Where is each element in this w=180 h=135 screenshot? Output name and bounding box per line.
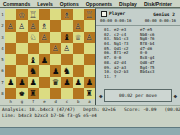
black-player-name: Genius 2 bbox=[153, 12, 175, 17]
status-bar bbox=[0, 127, 180, 135]
white-knight: ♘ bbox=[30, 32, 36, 42]
square-d8[interactable] bbox=[50, 88, 61, 99]
chess-board: ♔♖♗♖♙♙♙♗♙♘♙♝♕♙♙♙♝♟♞♟♞♟♟♟♛♟♟♟♚♜♜ bbox=[5, 9, 96, 99]
square-g3[interactable] bbox=[16, 32, 27, 43]
move-no: 11. bbox=[104, 75, 114, 80]
square-g5[interactable] bbox=[16, 54, 27, 65]
white-bishop: ♗ bbox=[64, 10, 70, 20]
black-pawn: ♟ bbox=[75, 77, 81, 87]
square-f6[interactable]: ♞ bbox=[28, 65, 39, 76]
white-pawn: ♙ bbox=[30, 21, 36, 31]
black-bishop: ♝ bbox=[30, 55, 36, 65]
move-bm bbox=[140, 75, 166, 80]
square-f2[interactable]: ♙ bbox=[28, 20, 39, 31]
square-h1[interactable] bbox=[5, 9, 16, 20]
square-c2[interactable] bbox=[61, 20, 72, 31]
black-rook: ♜ bbox=[86, 88, 92, 98]
black-knight: ♞ bbox=[30, 66, 36, 76]
menu-bar: CommandsLevelsOptionsOpponentsDisplayDis… bbox=[0, 0, 180, 8]
white-rook: ♖ bbox=[30, 10, 36, 20]
square-f4[interactable] bbox=[28, 43, 39, 54]
square-g6[interactable] bbox=[16, 65, 27, 76]
square-c1[interactable]: ♗ bbox=[61, 9, 72, 20]
black-pawn: ♟ bbox=[8, 77, 14, 87]
white-king: ♔ bbox=[19, 10, 25, 20]
square-d4[interactable]: ♙ bbox=[50, 43, 61, 54]
black-pawn: ♟ bbox=[86, 77, 92, 87]
players-header: Player Genius 2 bbox=[96, 9, 180, 18]
chessgenius-window: CommandsLevelsOptionsOpponentsDisplayDis… bbox=[0, 0, 180, 135]
white-queen: ♕ bbox=[75, 32, 81, 42]
clocks-row: 00:00 0:00:16 00:00 0:00:16 bbox=[96, 18, 180, 26]
square-f7[interactable]: ♟ bbox=[28, 77, 39, 88]
level-right-diamond-icon: ◆ bbox=[172, 89, 178, 102]
square-a2[interactable] bbox=[84, 20, 95, 31]
square-b3[interactable]: ♕ bbox=[73, 32, 84, 43]
square-e5[interactable]: ♟ bbox=[39, 54, 50, 65]
square-g2[interactable]: ♙ bbox=[16, 20, 27, 31]
square-f1[interactable]: ♖ bbox=[28, 9, 39, 20]
game-info-panel: Player Genius 2 00:00 0:00:16 00:00 0:00… bbox=[95, 8, 180, 105]
menu-item-opponents[interactable]: Opponents bbox=[86, 1, 112, 7]
square-h2[interactable]: ♙ bbox=[5, 20, 16, 31]
square-h8[interactable] bbox=[5, 88, 16, 99]
square-d7[interactable]: ♛ bbox=[50, 77, 61, 88]
white-rook: ♖ bbox=[86, 10, 92, 20]
square-e2[interactable]: ♗ bbox=[39, 20, 50, 31]
menu-item-levels[interactable]: Levels bbox=[37, 1, 53, 7]
square-c3[interactable]: ♝ bbox=[61, 32, 72, 43]
move-list: 01.e2-e3e7-e502.c2-c4Nb8-c603.Nb1-c3Ng8-… bbox=[96, 26, 180, 80]
white-pawn: ♙ bbox=[75, 21, 81, 31]
square-b4[interactable] bbox=[73, 43, 84, 54]
square-d5[interactable] bbox=[50, 54, 61, 65]
white-pawn: ♙ bbox=[53, 43, 59, 53]
menu-item-options[interactable]: Options bbox=[60, 1, 79, 7]
square-d6[interactable]: ♟ bbox=[50, 65, 61, 76]
square-a6[interactable] bbox=[84, 65, 95, 76]
black-queen: ♛ bbox=[53, 77, 59, 87]
white-bishop: ♗ bbox=[41, 21, 47, 31]
square-a7[interactable]: ♟ bbox=[84, 77, 95, 88]
black-pawn: ♟ bbox=[64, 77, 70, 87]
black-bishop: ♝ bbox=[64, 32, 70, 42]
square-c4[interactable]: ♙ bbox=[61, 43, 72, 54]
square-a8[interactable]: ♜ bbox=[84, 88, 95, 99]
square-h6[interactable] bbox=[5, 65, 16, 76]
square-e1[interactable] bbox=[39, 9, 50, 20]
square-b6[interactable] bbox=[73, 65, 84, 76]
white-clock: 00:00 0:00:16 bbox=[100, 18, 131, 23]
square-e4[interactable] bbox=[39, 43, 50, 54]
square-h3[interactable] bbox=[5, 32, 16, 43]
square-d1[interactable] bbox=[50, 9, 61, 20]
square-e6[interactable] bbox=[39, 65, 50, 76]
square-f3[interactable]: ♘ bbox=[28, 32, 39, 43]
square-f5[interactable]: ♝ bbox=[28, 54, 39, 65]
square-e7[interactable] bbox=[39, 77, 50, 88]
menu-item-disk-printer[interactable]: Disk/Printer bbox=[144, 1, 172, 7]
move-wm: ? bbox=[114, 75, 140, 80]
black-knight: ♞ bbox=[64, 66, 70, 76]
time-per-move: 00:02 per move bbox=[104, 89, 173, 102]
square-a1[interactable]: ♖ bbox=[84, 9, 95, 20]
square-c7[interactable]: ♟ bbox=[61, 77, 72, 88]
square-d3[interactable] bbox=[50, 32, 61, 43]
square-e8[interactable] bbox=[39, 88, 50, 99]
square-h5[interactable] bbox=[5, 54, 16, 65]
square-b7[interactable]: ♟ bbox=[73, 77, 84, 88]
square-b2[interactable]: ♙ bbox=[73, 20, 84, 31]
square-g8[interactable]: ♚ bbox=[16, 88, 27, 99]
square-b5[interactable] bbox=[73, 54, 84, 65]
white-player: Player bbox=[101, 11, 125, 17]
square-c5[interactable] bbox=[61, 54, 72, 65]
white-side-to-move-icon bbox=[101, 11, 107, 17]
square-d2[interactable] bbox=[50, 20, 61, 31]
square-g4[interactable] bbox=[16, 43, 27, 54]
square-b8[interactable] bbox=[73, 88, 84, 99]
black-pawn: ♟ bbox=[30, 77, 36, 87]
square-c8[interactable] bbox=[61, 88, 72, 99]
square-b1[interactable] bbox=[73, 9, 84, 20]
black-clock: 00:00 0:00:16 bbox=[145, 18, 176, 23]
black-pawn: ♟ bbox=[53, 66, 59, 76]
square-c6[interactable]: ♞ bbox=[61, 65, 72, 76]
black-rook: ♜ bbox=[30, 88, 36, 98]
black-pawn: ♟ bbox=[19, 77, 25, 87]
level-box: ◆ 00:02 per move ◆ bbox=[98, 89, 178, 102]
menu-item-display[interactable]: Display bbox=[119, 1, 137, 7]
square-f8[interactable]: ♜ bbox=[28, 88, 39, 99]
square-a5[interactable] bbox=[84, 54, 95, 65]
white-pawn: ♙ bbox=[8, 21, 14, 31]
white-pawn: ♙ bbox=[41, 32, 47, 42]
square-h7[interactable]: ♟ bbox=[5, 77, 16, 88]
white-pawn: ♙ bbox=[19, 21, 25, 31]
square-e3[interactable]: ♙ bbox=[39, 32, 50, 43]
square-a3[interactable]: ♙ bbox=[84, 32, 95, 43]
white-pawn: ♙ bbox=[64, 43, 70, 53]
black-pawn: ♟ bbox=[41, 55, 47, 65]
menu-item-commands[interactable]: Commands bbox=[3, 1, 30, 7]
best-line: Line: b4xc3 b2xc3 b7-b6 f3-g5 e5-e4 bbox=[2, 113, 178, 119]
square-h4[interactable] bbox=[5, 43, 16, 54]
white-player-name: Player bbox=[109, 11, 125, 16]
move-row: 11.? bbox=[104, 75, 180, 80]
square-a4[interactable] bbox=[84, 43, 95, 54]
black-king: ♚ bbox=[19, 88, 25, 98]
square-g1[interactable]: ♔ bbox=[16, 9, 27, 20]
analysis-panel: Analysis: 10..b4xc3 (47/47) Depth: 02=16… bbox=[0, 105, 180, 127]
white-pawn: ♙ bbox=[86, 32, 92, 42]
square-g7[interactable]: ♟ bbox=[16, 77, 27, 88]
